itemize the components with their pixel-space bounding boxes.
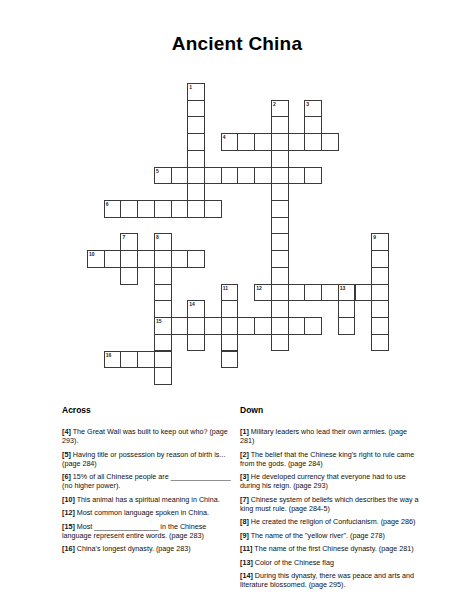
grid-cell[interactable] — [137, 200, 155, 218]
cell-number: 16 — [106, 353, 112, 358]
grid-cell[interactable] — [120, 250, 138, 268]
across-clues-section: Across [4] The Great Wall was built to k… — [62, 405, 236, 558]
grid-cell[interactable] — [204, 317, 222, 335]
clue: [15] Most ________________ in the Chines… — [62, 522, 236, 540]
grid-cell[interactable] — [371, 250, 389, 268]
cell-number: 5 — [156, 169, 159, 174]
grid-cell[interactable] — [171, 250, 189, 268]
cell-number: 10 — [89, 252, 95, 257]
page-title: Ancient China — [0, 33, 474, 55]
grid-cell[interactable] — [221, 167, 239, 185]
crossword-grid: 12345678910111213141516 — [87, 83, 390, 386]
cell-number: 4 — [223, 135, 226, 140]
worksheet-page: Ancient China 12345678910111213141516 Ac… — [0, 0, 474, 613]
grid-cell[interactable] — [271, 133, 289, 151]
grid-cell[interactable] — [187, 150, 205, 168]
grid-cell[interactable] — [204, 200, 222, 218]
grid-cell[interactable] — [154, 250, 172, 268]
clue-number: [3] — [240, 472, 249, 481]
clue-number: [10] — [62, 495, 75, 504]
grid-cell[interactable] — [371, 317, 389, 335]
grid-cell[interactable] — [221, 334, 239, 352]
clue: [6] 15% of all Chinese people are ______… — [62, 472, 236, 490]
grid-cell[interactable] — [338, 300, 356, 318]
cell-number: 7 — [122, 235, 125, 240]
grid-cell[interactable] — [271, 334, 289, 352]
cell-number: 1 — [189, 85, 192, 90]
grid-cell[interactable] — [171, 317, 189, 335]
clue-number: [15] — [62, 522, 75, 531]
clue: [14] During this dynasty, there was peac… — [240, 571, 422, 589]
cell-number: 14 — [189, 302, 195, 307]
clue: [8] He created the religion of Confucian… — [240, 517, 422, 526]
cell-number: 6 — [106, 202, 109, 207]
clue: [1] Military leaders who lead their own … — [240, 427, 422, 445]
grid-cell[interactable] — [288, 317, 306, 335]
grid-cell[interactable] — [120, 200, 138, 218]
clue: [11] The name of the first Chinese dynas… — [240, 544, 422, 553]
grid-cell[interactable] — [271, 250, 289, 268]
clue-number: [8] — [240, 517, 249, 526]
grid-cell[interactable] — [187, 133, 205, 151]
cell-number: 3 — [306, 102, 309, 107]
clue: [4] The Great Wall was built to keep out… — [62, 427, 236, 445]
grid-cell[interactable] — [120, 267, 138, 285]
grid-cell[interactable] — [271, 267, 289, 285]
cell-number: 13 — [340, 286, 346, 291]
grid-cell[interactable] — [355, 284, 373, 302]
grid-cell[interactable] — [304, 116, 322, 134]
grid-cell[interactable] — [137, 250, 155, 268]
grid-cell[interactable] — [271, 200, 289, 218]
clue-number: [5] — [62, 450, 71, 459]
grid-cell[interactable] — [204, 167, 222, 185]
clue-number: [4] — [62, 427, 71, 436]
across-header: Across — [62, 405, 236, 415]
clue-number: [7] — [240, 495, 249, 504]
across-clue-list: [4] The Great Wall was built to keep out… — [62, 427, 236, 553]
grid-cell[interactable] — [187, 317, 205, 335]
grid-cell[interactable] — [187, 250, 205, 268]
clue-number: [2] — [240, 450, 249, 459]
grid-cell[interactable] — [271, 317, 289, 335]
clue-number: [6] — [62, 472, 71, 481]
grid-cell[interactable] — [288, 133, 306, 151]
grid-cell[interactable] — [321, 284, 339, 302]
grid-cell[interactable] — [187, 334, 205, 352]
grid-cell[interactable] — [304, 133, 322, 151]
grid-cell[interactable] — [221, 300, 239, 318]
grid-cell[interactable] — [254, 133, 272, 151]
grid-cell[interactable] — [104, 250, 122, 268]
grid-cell[interactable] — [371, 300, 389, 318]
down-header: Down — [240, 405, 422, 415]
grid-cell[interactable] — [237, 167, 255, 185]
clue-number: [9] — [240, 531, 249, 540]
grid-cell[interactable] — [288, 284, 306, 302]
grid-cell[interactable] — [120, 351, 138, 369]
clue: [5] Having title or possession by reason… — [62, 450, 236, 468]
grid-cell[interactable] — [371, 334, 389, 352]
cell-number: 9 — [373, 235, 376, 240]
clue-number: [14] — [240, 571, 253, 580]
grid-cell[interactable] — [137, 351, 155, 369]
clue-number: [16] — [62, 544, 75, 553]
grid-cell[interactable] — [154, 267, 172, 285]
clue: [7] Chinese system of beliefs which desc… — [240, 495, 422, 513]
grid-cell[interactable] — [187, 100, 205, 118]
grid-cell[interactable] — [271, 233, 289, 251]
grid-cell[interactable] — [371, 267, 389, 285]
grid-cell[interactable] — [154, 284, 172, 302]
grid-cell[interactable] — [271, 167, 289, 185]
grid-cell[interactable] — [187, 116, 205, 134]
grid-cell[interactable] — [254, 317, 272, 335]
down-clues-section: Down [1] Military leaders who lead their… — [240, 405, 422, 594]
clue: [3] He developed currency that everyone … — [240, 472, 422, 490]
grid-cell[interactable] — [304, 167, 322, 185]
grid-cell[interactable] — [221, 317, 239, 335]
grid-cell[interactable] — [187, 167, 205, 185]
clue-number: [1] — [240, 427, 249, 436]
grid-cell[interactable] — [254, 167, 272, 185]
grid-cell[interactable] — [154, 334, 172, 352]
clue-number: [11] — [240, 544, 252, 553]
grid-cell[interactable] — [271, 284, 289, 302]
clue: [10] This animal has a spiritual meaning… — [62, 495, 236, 504]
grid-cell[interactable] — [237, 317, 255, 335]
grid-cell[interactable] — [271, 183, 289, 201]
grid-cell[interactable] — [371, 284, 389, 302]
grid-cell[interactable] — [338, 317, 356, 335]
down-clue-list: [1] Military leaders who lead their own … — [240, 427, 422, 589]
grid-cell[interactable] — [154, 351, 172, 369]
grid-cell[interactable] — [187, 200, 205, 218]
clue: [2] The belief that the Chinese king's r… — [240, 450, 422, 468]
grid-cell[interactable] — [271, 150, 289, 168]
grid-cell[interactable] — [154, 300, 172, 318]
cell-number: 12 — [256, 286, 262, 291]
cell-number: 11 — [223, 286, 228, 291]
cell-number: 8 — [156, 235, 159, 240]
clue-number: [12] — [62, 508, 75, 517]
grid-cell[interactable] — [154, 367, 172, 385]
grid-cell[interactable] — [154, 200, 172, 218]
grid-cell[interactable] — [288, 167, 306, 185]
clue-number: [13] — [240, 558, 253, 567]
grid-cell[interactable] — [187, 183, 205, 201]
clue: [13] Color of the Chinese flag — [240, 558, 422, 567]
grid-cell[interactable] — [304, 317, 322, 335]
clue: [12] Most common language spoken in Chin… — [62, 508, 236, 517]
grid-cell[interactable] — [271, 300, 289, 318]
grid-cell[interactable] — [321, 133, 339, 151]
grid-cell[interactable] — [237, 133, 255, 151]
grid-cell[interactable] — [271, 116, 289, 134]
cell-number: 15 — [156, 319, 162, 324]
clue: [9] The name of the "yellow river". (pag… — [240, 531, 422, 540]
grid-cell[interactable] — [171, 200, 189, 218]
grid-cell[interactable] — [221, 351, 239, 369]
grid-cell[interactable] — [304, 284, 322, 302]
clue: [16] China's longest dynasty. (page 283) — [62, 544, 236, 553]
grid-cell[interactable] — [271, 217, 289, 235]
grid-cell[interactable] — [171, 167, 189, 185]
cell-number: 2 — [273, 102, 276, 107]
